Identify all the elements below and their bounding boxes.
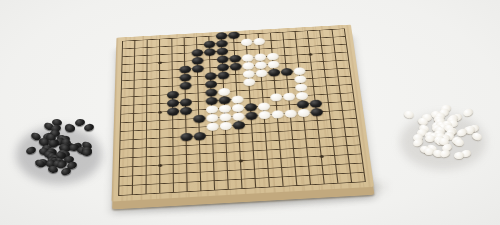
black-stone[interactable] — [203, 40, 215, 48]
white-stone[interactable] — [294, 75, 307, 83]
white-stone[interactable] — [243, 78, 255, 86]
black-stone[interactable] — [167, 107, 179, 116]
white-tray-stone[interactable] — [403, 110, 414, 119]
go-board-wrapper — [107, 0, 368, 225]
black-stone[interactable] — [166, 90, 178, 98]
black-stone[interactable] — [179, 65, 191, 73]
white-stone[interactable] — [231, 103, 243, 112]
black-stone[interactable] — [310, 108, 323, 117]
black-stone[interactable] — [167, 99, 179, 107]
black-stone[interactable] — [205, 96, 217, 104]
white-stone-tray[interactable] — [392, 90, 492, 180]
board-grid — [118, 28, 366, 195]
black-stone[interactable] — [232, 121, 245, 130]
white-stone[interactable] — [282, 92, 295, 100]
white-tray-stone[interactable] — [424, 134, 434, 141]
star-point — [158, 61, 162, 64]
white-stone[interactable] — [219, 121, 231, 130]
photo-scene — [0, 0, 500, 225]
white-stone[interactable] — [219, 113, 231, 122]
star-point — [319, 155, 323, 158]
black-stone[interactable] — [205, 88, 217, 96]
black-stone[interactable] — [191, 49, 203, 57]
black-stone[interactable] — [280, 68, 292, 76]
black-stone[interactable] — [191, 56, 203, 64]
white-stone[interactable] — [271, 110, 284, 119]
white-stone[interactable] — [242, 62, 254, 70]
black-stone[interactable] — [245, 111, 258, 120]
white-stone[interactable] — [267, 60, 279, 68]
black-stone[interactable] — [228, 31, 240, 39]
black-stone[interactable] — [215, 32, 227, 40]
black-stone[interactable] — [180, 106, 192, 115]
black-stone[interactable] — [193, 114, 205, 123]
black-stone[interactable] — [193, 132, 205, 141]
black-stone[interactable] — [179, 81, 191, 89]
black-stone[interactable] — [218, 96, 230, 104]
go-board[interactable] — [112, 25, 374, 202]
white-stone[interactable] — [218, 87, 230, 95]
black-stone[interactable] — [244, 103, 256, 112]
black-stone[interactable] — [217, 63, 229, 71]
black-stone[interactable] — [309, 99, 322, 108]
black-stone[interactable] — [179, 73, 191, 81]
white-stone[interactable] — [293, 67, 305, 75]
white-tray-stone[interactable] — [462, 107, 474, 117]
white-stone[interactable] — [205, 105, 217, 114]
black-stone[interactable] — [217, 71, 229, 79]
black-stone[interactable] — [191, 64, 203, 72]
white-stone[interactable] — [218, 104, 230, 113]
black-stone[interactable] — [216, 47, 228, 55]
white-stone[interactable] — [255, 69, 267, 77]
black-stone[interactable] — [229, 62, 241, 70]
white-stone[interactable] — [295, 91, 308, 99]
white-stone[interactable] — [206, 122, 218, 131]
black-tray-stone[interactable] — [84, 123, 96, 132]
white-stone[interactable] — [257, 102, 270, 111]
black-stone[interactable] — [216, 55, 228, 63]
white-stone[interactable] — [241, 54, 253, 62]
white-stone[interactable] — [284, 109, 297, 118]
white-stone[interactable] — [242, 70, 254, 78]
star-point — [238, 159, 242, 162]
black-stone[interactable] — [205, 80, 217, 88]
black-stone[interactable] — [180, 132, 192, 141]
black-stone[interactable] — [268, 68, 280, 76]
black-stone[interactable] — [179, 98, 191, 106]
black-stone[interactable] — [216, 39, 228, 47]
white-stone[interactable] — [297, 108, 310, 117]
black-stone-tray[interactable] — [10, 100, 110, 190]
white-stone[interactable] — [232, 112, 244, 121]
white-stone[interactable] — [253, 37, 265, 45]
white-stone[interactable] — [294, 83, 307, 91]
white-stone[interactable] — [231, 95, 243, 103]
white-stone[interactable] — [269, 93, 282, 101]
black-stone[interactable] — [296, 100, 309, 109]
star-point — [158, 111, 162, 114]
white-stone[interactable] — [258, 111, 271, 120]
white-stone[interactable] — [240, 38, 252, 46]
star-point — [158, 164, 162, 167]
white-stone[interactable] — [254, 53, 266, 61]
black-stone[interactable] — [204, 72, 216, 80]
white-stone[interactable] — [254, 61, 266, 69]
black-stone[interactable] — [204, 48, 216, 56]
black-stone[interactable] — [229, 54, 241, 62]
white-stone[interactable] — [206, 113, 218, 122]
white-stone[interactable] — [266, 52, 278, 60]
star-point — [308, 53, 312, 56]
